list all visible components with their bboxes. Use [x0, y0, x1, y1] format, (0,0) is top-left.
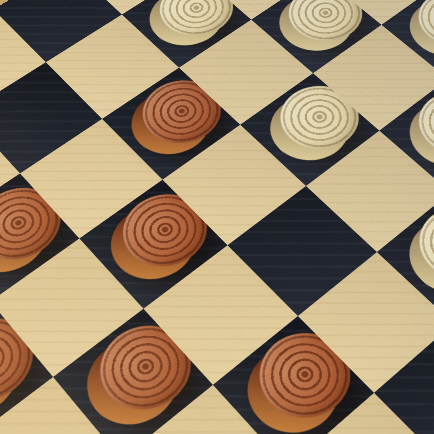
checkers-board-photo	[0, 0, 434, 434]
checkers-board	[0, 0, 434, 434]
